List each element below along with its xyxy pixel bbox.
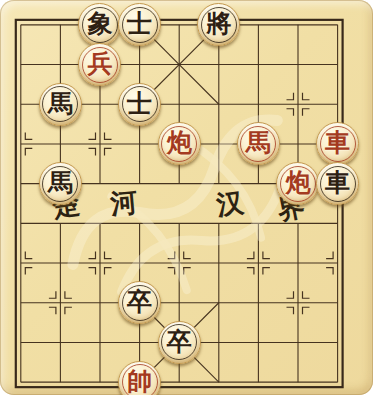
piece-glyph: 將	[206, 11, 231, 36]
intersection-4-1[interactable]	[159, 45, 199, 85]
intersection-3-1[interactable]	[120, 45, 160, 85]
intersection-0-4[interactable]	[1, 164, 41, 204]
intersection-7-8[interactable]	[278, 323, 318, 363]
intersection-8-3[interactable]: 車	[318, 124, 358, 164]
piece-black-soldier[interactable]: 卒	[158, 321, 201, 364]
piece-glyph: 車	[325, 130, 350, 155]
intersection-3-3[interactable]	[120, 124, 160, 164]
intersection-4-8[interactable]: 卒	[159, 323, 199, 363]
piece-glyph: 帥	[127, 369, 152, 394]
intersection-5-5[interactable]	[199, 203, 239, 243]
intersection-0-0[interactable]	[1, 5, 41, 45]
intersection-3-8[interactable]	[120, 323, 160, 363]
intersection-7-6[interactable]	[278, 243, 318, 283]
piece-glyph: 士	[127, 11, 152, 36]
piece-black-advisor[interactable]: 士	[118, 83, 161, 126]
intersection-5-0[interactable]: 將	[199, 5, 239, 45]
intersection-0-7[interactable]	[1, 283, 41, 323]
intersection-7-3[interactable]	[278, 124, 318, 164]
intersection-5-7[interactable]	[199, 283, 239, 323]
intersection-4-9[interactable]	[159, 362, 199, 395]
intersection-0-9[interactable]	[1, 362, 41, 395]
intersection-6-6[interactable]	[239, 243, 279, 283]
intersection-6-5[interactable]	[239, 203, 279, 243]
piece-red-general[interactable]: 帥	[118, 361, 161, 395]
piece-black-horse[interactable]: 馬	[39, 162, 82, 205]
piece-glyph: 馬	[246, 130, 271, 155]
intersection-8-2[interactable]	[318, 84, 358, 124]
intersection-0-8[interactable]	[1, 323, 41, 363]
intersection-2-1[interactable]: 兵	[80, 45, 120, 85]
piece-glyph: 卒	[127, 289, 152, 314]
intersection-7-7[interactable]	[278, 283, 318, 323]
intersection-8-9[interactable]	[318, 362, 358, 395]
intersection-5-1[interactable]	[199, 45, 239, 85]
piece-red-horse[interactable]: 馬	[237, 122, 280, 165]
piece-red-cannon[interactable]: 炮	[158, 122, 201, 165]
intersection-6-9[interactable]	[239, 362, 279, 395]
intersection-7-1[interactable]	[278, 45, 318, 85]
intersection-4-3[interactable]: 炮	[159, 124, 199, 164]
intersection-0-3[interactable]	[1, 124, 41, 164]
piece-red-cannon[interactable]: 炮	[276, 162, 319, 205]
piece-glyph: 士	[127, 91, 152, 116]
intersection-1-8[interactable]	[41, 323, 81, 363]
intersection-2-8[interactable]	[80, 323, 120, 363]
intersection-1-7[interactable]	[41, 283, 81, 323]
intersection-3-0[interactable]: 士	[120, 5, 160, 45]
intersection-8-0[interactable]	[318, 5, 358, 45]
intersection-6-4[interactable]	[239, 164, 279, 204]
intersection-0-5[interactable]	[1, 203, 41, 243]
intersection-7-5[interactable]	[278, 203, 318, 243]
piece-red-chariot[interactable]: 車	[316, 122, 359, 165]
intersection-1-0[interactable]	[41, 5, 81, 45]
intersection-2-7[interactable]	[80, 283, 120, 323]
piece-red-soldier[interactable]: 兵	[78, 43, 121, 86]
board-grid: 象士將兵馬士炮馬車馬炮車卒卒帥	[1, 5, 357, 395]
intersection-5-4[interactable]	[199, 164, 239, 204]
intersection-1-4[interactable]: 馬	[41, 164, 81, 204]
piece-glyph: 車	[325, 170, 350, 195]
intersection-4-4[interactable]	[159, 164, 199, 204]
intersection-3-5[interactable]	[120, 203, 160, 243]
intersection-6-7[interactable]	[239, 283, 279, 323]
piece-glyph: 炮	[285, 170, 310, 195]
intersection-7-4[interactable]: 炮	[278, 164, 318, 204]
intersection-3-2[interactable]: 士	[120, 84, 160, 124]
piece-glyph: 卒	[167, 329, 192, 354]
intersection-7-2[interactable]	[278, 84, 318, 124]
piece-glyph: 兵	[87, 51, 112, 76]
intersection-5-9[interactable]	[199, 362, 239, 395]
intersection-1-2[interactable]: 馬	[41, 84, 81, 124]
intersection-8-5[interactable]	[318, 203, 358, 243]
intersection-8-4[interactable]: 車	[318, 164, 358, 204]
intersection-2-3[interactable]	[80, 124, 120, 164]
intersection-6-1[interactable]	[239, 45, 279, 85]
intersection-8-6[interactable]	[318, 243, 358, 283]
piece-black-horse[interactable]: 馬	[39, 83, 82, 126]
piece-glyph: 象	[87, 11, 112, 36]
intersection-3-7[interactable]: 卒	[120, 283, 160, 323]
intersection-0-2[interactable]	[1, 84, 41, 124]
intersection-2-0[interactable]: 象	[80, 5, 120, 45]
intersection-8-7[interactable]	[318, 283, 358, 323]
intersection-5-2[interactable]	[199, 84, 239, 124]
intersection-3-9[interactable]: 帥	[120, 362, 160, 395]
intersection-5-8[interactable]	[199, 323, 239, 363]
intersection-8-8[interactable]	[318, 323, 358, 363]
intersection-6-0[interactable]	[239, 5, 279, 45]
piece-glyph: 馬	[48, 91, 73, 116]
intersection-7-0[interactable]	[278, 5, 318, 45]
intersection-5-3[interactable]	[199, 124, 239, 164]
xiangqi-board-panel: 楚河汉界 象士將兵馬士炮馬車馬炮車卒卒帥	[0, 0, 373, 395]
intersection-6-8[interactable]	[239, 323, 279, 363]
intersection-1-5[interactable]	[41, 203, 81, 243]
intersection-3-6[interactable]	[120, 243, 160, 283]
piece-black-elephant[interactable]: 象	[78, 3, 121, 46]
intersection-0-1[interactable]	[1, 45, 41, 85]
piece-glyph: 炮	[167, 130, 192, 155]
intersection-2-4[interactable]	[80, 164, 120, 204]
piece-black-general[interactable]: 將	[197, 3, 240, 46]
intersection-1-9[interactable]	[41, 362, 81, 395]
intersection-3-4[interactable]	[120, 164, 160, 204]
intersection-8-1[interactable]	[318, 45, 358, 85]
intersection-6-2[interactable]	[239, 84, 279, 124]
intersection-4-6[interactable]	[159, 243, 199, 283]
intersection-4-7[interactable]	[159, 283, 199, 323]
intersection-4-2[interactable]	[159, 84, 199, 124]
intersection-4-0[interactable]	[159, 5, 199, 45]
intersection-1-6[interactable]	[41, 243, 81, 283]
intersection-2-6[interactable]	[80, 243, 120, 283]
intersection-7-9[interactable]	[278, 362, 318, 395]
piece-black-chariot[interactable]: 車	[316, 162, 359, 205]
intersection-4-5[interactable]	[159, 203, 199, 243]
intersection-2-5[interactable]	[80, 203, 120, 243]
intersection-1-1[interactable]	[41, 45, 81, 85]
piece-black-soldier[interactable]: 卒	[118, 281, 161, 324]
intersection-1-3[interactable]	[41, 124, 81, 164]
intersection-2-9[interactable]	[80, 362, 120, 395]
intersection-5-6[interactable]	[199, 243, 239, 283]
intersection-2-2[interactable]	[80, 84, 120, 124]
piece-black-advisor[interactable]: 士	[118, 3, 161, 46]
intersection-6-3[interactable]: 馬	[239, 124, 279, 164]
piece-glyph: 馬	[48, 170, 73, 195]
intersection-0-6[interactable]	[1, 243, 41, 283]
